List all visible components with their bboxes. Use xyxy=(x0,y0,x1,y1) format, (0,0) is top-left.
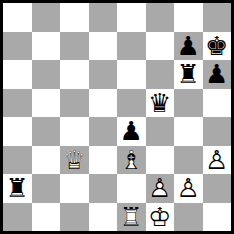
black-piece-glyph: ♛ xyxy=(146,89,175,118)
square-a2[interactable]: ♜ xyxy=(3,174,32,203)
black-pawn: ♟ xyxy=(117,117,146,146)
square-h5[interactable] xyxy=(203,89,232,118)
square-e5[interactable] xyxy=(117,89,146,118)
black-rook: ♜ xyxy=(3,174,32,203)
square-e1[interactable]: ♜♖ xyxy=(117,203,146,232)
square-h7[interactable]: ♚ xyxy=(203,32,232,61)
square-b2[interactable] xyxy=(32,174,61,203)
square-b7[interactable] xyxy=(32,32,61,61)
black-piece-glyph: ♟ xyxy=(117,117,146,146)
square-b1[interactable] xyxy=(32,203,61,232)
square-b3[interactable] xyxy=(32,146,61,175)
chess-board: ♟♚♜♟♛♟♛♕♝♗♟♙♜♟♙♟♙♜♖♚♔ xyxy=(0,0,234,234)
square-a1[interactable] xyxy=(3,203,32,232)
square-g3[interactable] xyxy=(174,146,203,175)
square-c4[interactable] xyxy=(60,117,89,146)
square-a7[interactable] xyxy=(3,32,32,61)
white-queen: ♛♕ xyxy=(60,146,89,175)
square-e6[interactable] xyxy=(117,60,146,89)
square-d3[interactable] xyxy=(89,146,118,175)
square-b6[interactable] xyxy=(32,60,61,89)
white-piece-outline: ♙ xyxy=(146,174,175,203)
square-g7[interactable]: ♟ xyxy=(174,32,203,61)
square-b4[interactable] xyxy=(32,117,61,146)
black-piece-glyph: ♜ xyxy=(174,60,203,89)
square-g2[interactable]: ♟♙ xyxy=(174,174,203,203)
square-f2[interactable]: ♟♙ xyxy=(146,174,175,203)
square-a6[interactable] xyxy=(3,60,32,89)
square-d7[interactable] xyxy=(89,32,118,61)
square-c7[interactable] xyxy=(60,32,89,61)
chess-diagram: ♟♚♜♟♛♟♛♕♝♗♟♙♜♟♙♟♙♜♖♚♔ xyxy=(0,0,234,234)
square-e3[interactable]: ♝♗ xyxy=(117,146,146,175)
white-piece-outline: ♙ xyxy=(203,146,232,175)
square-h6[interactable]: ♟ xyxy=(203,60,232,89)
square-c8[interactable] xyxy=(60,3,89,32)
black-piece-glyph: ♟ xyxy=(174,32,203,61)
square-f8[interactable] xyxy=(146,3,175,32)
white-pawn: ♟♙ xyxy=(203,146,232,175)
square-f3[interactable] xyxy=(146,146,175,175)
square-f1[interactable]: ♚♔ xyxy=(146,203,175,232)
white-rook: ♜♖ xyxy=(117,203,146,232)
square-e2[interactable] xyxy=(117,174,146,203)
square-b8[interactable] xyxy=(32,3,61,32)
square-h1[interactable] xyxy=(203,203,232,232)
white-pawn: ♟♙ xyxy=(146,174,175,203)
square-d4[interactable] xyxy=(89,117,118,146)
square-g6[interactable]: ♜ xyxy=(174,60,203,89)
square-b5[interactable] xyxy=(32,89,61,118)
square-g5[interactable] xyxy=(174,89,203,118)
square-d5[interactable] xyxy=(89,89,118,118)
square-g8[interactable] xyxy=(174,3,203,32)
square-g4[interactable] xyxy=(174,117,203,146)
black-piece-glyph: ♜ xyxy=(3,174,32,203)
square-c2[interactable] xyxy=(60,174,89,203)
white-piece-outline: ♗ xyxy=(117,146,146,175)
black-pawn: ♟ xyxy=(203,60,232,89)
white-piece-outline: ♖ xyxy=(117,203,146,232)
black-rook: ♜ xyxy=(174,60,203,89)
white-pawn: ♟♙ xyxy=(174,174,203,203)
square-c1[interactable] xyxy=(60,203,89,232)
black-queen: ♛ xyxy=(146,89,175,118)
square-a3[interactable] xyxy=(3,146,32,175)
square-f5[interactable]: ♛ xyxy=(146,89,175,118)
square-g1[interactable] xyxy=(174,203,203,232)
white-piece-outline: ♔ xyxy=(146,203,175,232)
square-e4[interactable]: ♟ xyxy=(117,117,146,146)
square-h4[interactable] xyxy=(203,117,232,146)
square-h8[interactable] xyxy=(203,3,232,32)
square-a5[interactable] xyxy=(3,89,32,118)
square-f6[interactable] xyxy=(146,60,175,89)
square-a4[interactable] xyxy=(3,117,32,146)
square-e8[interactable] xyxy=(117,3,146,32)
square-h3[interactable]: ♟♙ xyxy=(203,146,232,175)
black-piece-glyph: ♚ xyxy=(203,32,232,61)
square-f4[interactable] xyxy=(146,117,175,146)
black-piece-glyph: ♟ xyxy=(203,60,232,89)
square-d1[interactable] xyxy=(89,203,118,232)
square-a8[interactable] xyxy=(3,3,32,32)
square-d2[interactable] xyxy=(89,174,118,203)
square-e7[interactable] xyxy=(117,32,146,61)
square-h2[interactable] xyxy=(203,174,232,203)
square-f7[interactable] xyxy=(146,32,175,61)
square-d8[interactable] xyxy=(89,3,118,32)
black-king: ♚ xyxy=(203,32,232,61)
white-king: ♚♔ xyxy=(146,203,175,232)
square-c6[interactable] xyxy=(60,60,89,89)
white-piece-outline: ♙ xyxy=(174,174,203,203)
square-c5[interactable] xyxy=(60,89,89,118)
square-d6[interactable] xyxy=(89,60,118,89)
white-bishop: ♝♗ xyxy=(117,146,146,175)
black-pawn: ♟ xyxy=(174,32,203,61)
square-c3[interactable]: ♛♕ xyxy=(60,146,89,175)
white-piece-outline: ♕ xyxy=(60,146,89,175)
